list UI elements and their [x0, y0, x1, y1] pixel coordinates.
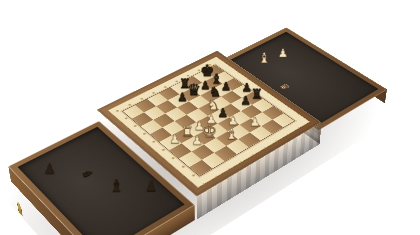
piece-black-queen[interactable]: ♛: [187, 82, 201, 98]
piece-black-pawn[interactable]: ♟: [177, 92, 188, 104]
piece-black-pawn[interactable]: ♟: [217, 108, 228, 120]
captured-black-pawn[interactable]: ♟: [145, 180, 157, 194]
captured-white-pawn[interactable]: ♟: [278, 48, 288, 59]
piece-black-pawn[interactable]: ♟: [221, 81, 231, 93]
square-d2[interactable]: ♝: [216, 131, 238, 146]
piece-white-pawn[interactable]: ♟: [191, 135, 202, 148]
piece-black-rook[interactable]: ♜: [250, 88, 262, 101]
piece-white-king[interactable]: ♚: [201, 123, 217, 140]
piece-black-pawn[interactable]: ♟: [240, 95, 251, 107]
piece-white-bishop[interactable]: ♝: [225, 127, 238, 142]
captured-black-knight[interactable]: ♞: [81, 169, 95, 179]
captured-white-bishop[interactable]: ♝: [258, 51, 270, 65]
chess-set-photo: ♟♞♝♟ ♝♟♛ ♜♚♟♛♟♝♞♟♞♟♟♜♟♟♟♟♜♟♚♟♝♟: [0, 0, 420, 235]
piece-white-pawn[interactable]: ♟: [169, 133, 180, 146]
captured-white-queen[interactable]: ♛: [277, 82, 292, 91]
piece-white-pawn[interactable]: ♟: [249, 116, 260, 128]
captured-black-bishop[interactable]: ♝: [109, 178, 124, 195]
captured-black-pawn[interactable]: ♟: [44, 162, 56, 176]
